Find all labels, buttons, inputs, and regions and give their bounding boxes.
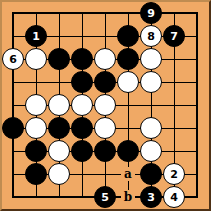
stone-move-3-black: 3: [140, 186, 162, 208]
stone-move-2-white: 2: [163, 163, 185, 185]
white-stone: [48, 94, 70, 116]
white-stone: [71, 94, 93, 116]
point-label-b: b: [121, 190, 135, 204]
white-stone: [25, 48, 47, 70]
white-stone: [140, 48, 162, 70]
white-stone: [140, 71, 162, 93]
stone-move-9-black: 9: [140, 2, 162, 24]
stone-move-4-white: 4: [163, 186, 185, 208]
stone-move-7-black: 7: [163, 25, 185, 47]
black-stone: [25, 163, 47, 185]
white-stone: [140, 140, 162, 162]
go-board: 918762534 ab: [0, 0, 211, 211]
black-stone: [117, 48, 139, 70]
stone-move-6-white: 6: [2, 48, 24, 70]
white-stone: [48, 140, 70, 162]
black-stone: [140, 163, 162, 185]
black-stone: [94, 71, 116, 93]
stone-move-5-black: 5: [94, 186, 116, 208]
white-stone: [140, 117, 162, 139]
white-stone: [25, 94, 47, 116]
black-stone: [2, 117, 24, 139]
black-stone: [25, 140, 47, 162]
black-stone: [117, 25, 139, 47]
white-stone: [117, 71, 139, 93]
point-label-a: a: [121, 167, 135, 181]
white-stone: [94, 117, 116, 139]
stone-move-1-black: 1: [25, 25, 47, 47]
stone-move-8-white: 8: [140, 25, 162, 47]
black-stone: [71, 48, 93, 70]
black-stone: [71, 71, 93, 93]
white-stone: [94, 94, 116, 116]
black-stone: [94, 140, 116, 162]
black-stone: [71, 117, 93, 139]
black-stone: [117, 140, 139, 162]
black-stone: [71, 140, 93, 162]
white-stone: [94, 48, 116, 70]
black-stone: [48, 117, 70, 139]
black-stone: [48, 48, 70, 70]
white-stone: [25, 117, 47, 139]
white-stone: [48, 163, 70, 185]
